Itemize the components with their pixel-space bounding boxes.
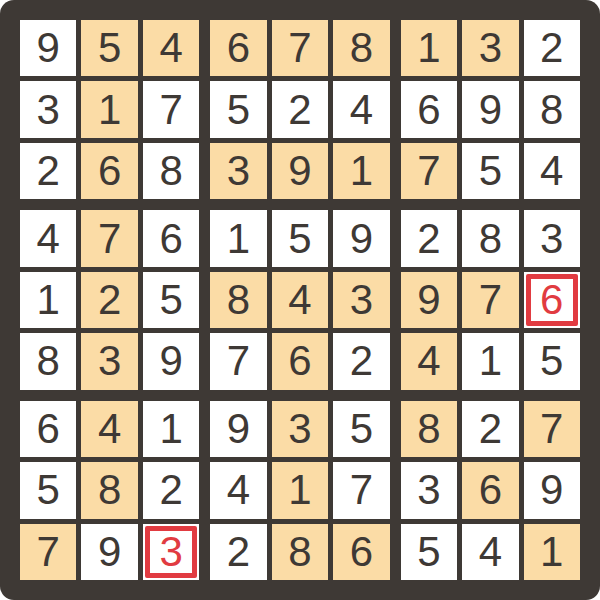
cell-r7c3[interactable]: 1 <box>143 401 199 457</box>
cell-r8c1[interactable]: 5 <box>20 462 76 518</box>
cell-r2c9[interactable]: 8 <box>524 81 580 137</box>
box-r3c1: 641582793 <box>20 401 199 580</box>
cell-r4c5[interactable]: 5 <box>272 210 328 266</box>
box-r2c1: 476125839 <box>20 210 199 389</box>
box-r1c3: 132698754 <box>401 20 580 199</box>
cell-r3c9[interactable]: 4 <box>524 143 580 199</box>
cell-r6c6[interactable]: 2 <box>333 333 389 389</box>
cell-r8c3[interactable]: 2 <box>143 462 199 518</box>
cell-r7c7[interactable]: 8 <box>401 401 457 457</box>
cell-r2c6[interactable]: 4 <box>333 81 389 137</box>
cell-r2c4[interactable]: 5 <box>210 81 266 137</box>
cell-r3c7[interactable]: 7 <box>401 143 457 199</box>
cell-r8c2[interactable]: 8 <box>81 462 137 518</box>
cell-r3c4[interactable]: 3 <box>210 143 266 199</box>
box-r2c3: 283976415 <box>401 210 580 389</box>
box-r2c2: 159843762 <box>210 210 389 389</box>
cell-r9c5[interactable]: 8 <box>272 524 328 580</box>
cell-r8c9[interactable]: 9 <box>524 462 580 518</box>
sudoku-grid: 9543172686785243911326987544761258391598… <box>20 20 580 580</box>
cell-r1c2[interactable]: 5 <box>81 20 137 76</box>
cell-r4c7[interactable]: 2 <box>401 210 457 266</box>
cell-r3c1[interactable]: 2 <box>20 143 76 199</box>
cell-r7c9[interactable]: 7 <box>524 401 580 457</box>
cell-r4c9[interactable]: 3 <box>524 210 580 266</box>
cell-r1c8[interactable]: 3 <box>462 20 518 76</box>
cell-r5c3[interactable]: 5 <box>143 272 199 328</box>
cell-r9c6[interactable]: 6 <box>333 524 389 580</box>
cell-r7c5[interactable]: 3 <box>272 401 328 457</box>
cell-r8c8[interactable]: 6 <box>462 462 518 518</box>
cell-r5c7[interactable]: 9 <box>401 272 457 328</box>
cell-r4c1[interactable]: 4 <box>20 210 76 266</box>
cell-r6c8[interactable]: 1 <box>462 333 518 389</box>
cell-r9c3[interactable]: 3 <box>143 524 199 580</box>
cell-r3c5[interactable]: 9 <box>272 143 328 199</box>
cell-r4c3[interactable]: 6 <box>143 210 199 266</box>
cell-r4c4[interactable]: 1 <box>210 210 266 266</box>
cell-r3c6[interactable]: 1 <box>333 143 389 199</box>
cell-r3c3[interactable]: 8 <box>143 143 199 199</box>
cell-r7c8[interactable]: 2 <box>462 401 518 457</box>
cell-r2c3[interactable]: 7 <box>143 81 199 137</box>
cell-r4c6[interactable]: 9 <box>333 210 389 266</box>
cell-r9c4[interactable]: 2 <box>210 524 266 580</box>
cell-r2c5[interactable]: 2 <box>272 81 328 137</box>
cell-r4c8[interactable]: 8 <box>462 210 518 266</box>
cell-r7c6[interactable]: 5 <box>333 401 389 457</box>
sudoku-board: 9543172686785243911326987544761258391598… <box>0 0 600 600</box>
cell-r5c1[interactable]: 1 <box>20 272 76 328</box>
cell-r9c7[interactable]: 5 <box>401 524 457 580</box>
cell-r4c2[interactable]: 7 <box>81 210 137 266</box>
cell-r1c7[interactable]: 1 <box>401 20 457 76</box>
cell-r6c5[interactable]: 6 <box>272 333 328 389</box>
cell-r1c3[interactable]: 4 <box>143 20 199 76</box>
cell-r9c2[interactable]: 9 <box>81 524 137 580</box>
cell-r5c4[interactable]: 8 <box>210 272 266 328</box>
cell-r3c2[interactable]: 6 <box>81 143 137 199</box>
cell-r8c5[interactable]: 1 <box>272 462 328 518</box>
box-r1c1: 954317268 <box>20 20 199 199</box>
cell-r1c5[interactable]: 7 <box>272 20 328 76</box>
cell-r7c4[interactable]: 9 <box>210 401 266 457</box>
cell-r7c2[interactable]: 4 <box>81 401 137 457</box>
cell-r7c1[interactable]: 6 <box>20 401 76 457</box>
cell-r6c4[interactable]: 7 <box>210 333 266 389</box>
cell-r6c7[interactable]: 4 <box>401 333 457 389</box>
cell-r8c4[interactable]: 4 <box>210 462 266 518</box>
cell-r5c6[interactable]: 3 <box>333 272 389 328</box>
cell-r2c1[interactable]: 3 <box>20 81 76 137</box>
cell-r8c7[interactable]: 3 <box>401 462 457 518</box>
cell-r2c8[interactable]: 9 <box>462 81 518 137</box>
cell-r6c1[interactable]: 8 <box>20 333 76 389</box>
cell-r1c9[interactable]: 2 <box>524 20 580 76</box>
cell-r9c1[interactable]: 7 <box>20 524 76 580</box>
box-r3c2: 935417286 <box>210 401 389 580</box>
cell-r3c8[interactable]: 5 <box>462 143 518 199</box>
cell-r1c1[interactable]: 9 <box>20 20 76 76</box>
cell-r8c6[interactable]: 7 <box>333 462 389 518</box>
cell-r1c6[interactable]: 8 <box>333 20 389 76</box>
cell-r2c7[interactable]: 6 <box>401 81 457 137</box>
cell-r5c2[interactable]: 2 <box>81 272 137 328</box>
cell-r5c9[interactable]: 6 <box>524 272 580 328</box>
box-r1c2: 678524391 <box>210 20 389 199</box>
cell-r6c2[interactable]: 3 <box>81 333 137 389</box>
cell-r6c3[interactable]: 9 <box>143 333 199 389</box>
cell-r1c4[interactable]: 6 <box>210 20 266 76</box>
cell-r9c9[interactable]: 1 <box>524 524 580 580</box>
cell-r5c8[interactable]: 7 <box>462 272 518 328</box>
cell-r9c8[interactable]: 4 <box>462 524 518 580</box>
cell-r6c9[interactable]: 5 <box>524 333 580 389</box>
cell-r5c5[interactable]: 4 <box>272 272 328 328</box>
box-r3c3: 827369541 <box>401 401 580 580</box>
cell-r2c2[interactable]: 1 <box>81 81 137 137</box>
